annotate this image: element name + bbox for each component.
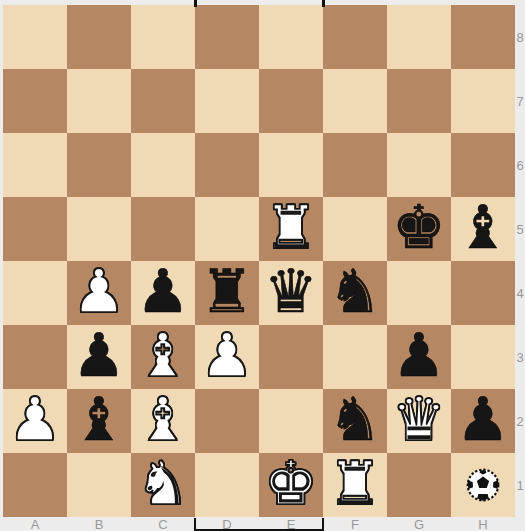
square-a4[interactable] (3, 261, 67, 325)
square-d3[interactable]: ♟ (195, 325, 259, 389)
square-f7[interactable] (323, 69, 387, 133)
square-b8[interactable] (67, 5, 131, 69)
square-b4[interactable]: ♟ (67, 261, 131, 325)
square-b7[interactable] (67, 69, 131, 133)
square-c5[interactable] (131, 197, 195, 261)
square-c7[interactable] (131, 69, 195, 133)
square-h6[interactable] (451, 133, 515, 197)
square-a3[interactable] (3, 325, 67, 389)
square-a7[interactable] (3, 69, 67, 133)
black-pawn[interactable]: ♟ (136, 259, 190, 323)
square-d8[interactable] (195, 5, 259, 69)
file-label-a: A (3, 517, 67, 531)
square-c4[interactable]: ♟ (131, 261, 195, 325)
rank-label-1: 1 (515, 453, 525, 517)
black-knight[interactable]: ♞ (328, 259, 382, 323)
square-e1[interactable]: ♚ (259, 453, 323, 517)
square-d4[interactable]: ♜ (195, 261, 259, 325)
square-e8[interactable] (259, 5, 323, 69)
rank-label-4: 4 (515, 261, 525, 325)
black-knight[interactable]: ♞ (328, 387, 382, 451)
white-king[interactable]: ♚ (264, 451, 318, 515)
white-pawn[interactable]: ♟ (8, 387, 62, 451)
rank-label-8: 8 (515, 5, 525, 69)
square-d2[interactable] (195, 389, 259, 453)
white-bishop[interactable]: ♝ (136, 387, 190, 451)
black-queen[interactable]: ♛ (264, 259, 318, 323)
square-h3[interactable] (451, 325, 515, 389)
square-a8[interactable] (3, 5, 67, 69)
square-e2[interactable] (259, 389, 323, 453)
rank-label-7: 7 (515, 69, 525, 133)
square-b1[interactable] (67, 453, 131, 517)
black-rook[interactable]: ♜ (200, 259, 254, 323)
rank-label-6: 6 (515, 133, 525, 197)
square-f4[interactable]: ♞ (323, 261, 387, 325)
black-pawn[interactable]: ♟ (392, 323, 446, 387)
square-h2[interactable]: ♟ (451, 389, 515, 453)
square-c2[interactable]: ♝ (131, 389, 195, 453)
square-e7[interactable] (259, 69, 323, 133)
chess-app: ♜♚♝♟♟♜♛♞♟♝♟♟♟♝♝♞♛♟♞♚♜ 87654321 ABCDEFGH (0, 0, 525, 531)
square-d6[interactable] (195, 133, 259, 197)
black-bishop[interactable]: ♝ (456, 195, 510, 259)
square-h1[interactable] (451, 453, 515, 517)
square-f3[interactable] (323, 325, 387, 389)
selection-tick-left (194, 0, 197, 7)
rank-label-3: 3 (515, 325, 525, 389)
square-g7[interactable] (387, 69, 451, 133)
square-a6[interactable] (3, 133, 67, 197)
white-rook[interactable]: ♜ (328, 451, 382, 515)
square-e4[interactable]: ♛ (259, 261, 323, 325)
white-bishop[interactable]: ♝ (136, 323, 190, 387)
square-b2[interactable]: ♝ (67, 389, 131, 453)
file-label-h: H (451, 517, 515, 531)
square-g4[interactable] (387, 261, 451, 325)
square-e3[interactable] (259, 325, 323, 389)
selection-tick-right (322, 0, 325, 7)
square-d7[interactable] (195, 69, 259, 133)
square-c8[interactable] (131, 5, 195, 69)
rank-label-5: 5 (515, 197, 525, 261)
square-h8[interactable] (451, 5, 515, 69)
square-h4[interactable] (451, 261, 515, 325)
file-label-f: F (323, 517, 387, 531)
square-f6[interactable] (323, 133, 387, 197)
square-b6[interactable] (67, 133, 131, 197)
square-h5[interactable]: ♝ (451, 197, 515, 261)
square-f5[interactable] (323, 197, 387, 261)
square-d1[interactable] (195, 453, 259, 517)
square-a2[interactable]: ♟ (3, 389, 67, 453)
square-f2[interactable]: ♞ (323, 389, 387, 453)
square-g3[interactable]: ♟ (387, 325, 451, 389)
square-a5[interactable] (3, 197, 67, 261)
square-c1[interactable]: ♞ (131, 453, 195, 517)
black-king[interactable]: ♚ (392, 195, 446, 259)
square-f1[interactable]: ♜ (323, 453, 387, 517)
square-e6[interactable] (259, 133, 323, 197)
square-g6[interactable] (387, 133, 451, 197)
square-g2[interactable]: ♛ (387, 389, 451, 453)
black-bishop[interactable]: ♝ (72, 387, 126, 451)
square-c6[interactable] (131, 133, 195, 197)
black-pawn[interactable]: ♟ (72, 323, 126, 387)
square-g1[interactable] (387, 453, 451, 517)
square-b3[interactable]: ♟ (67, 325, 131, 389)
square-g8[interactable] (387, 5, 451, 69)
square-b5[interactable] (67, 197, 131, 261)
file-label-b: B (67, 517, 131, 531)
square-h7[interactable] (451, 69, 515, 133)
square-d5[interactable] (195, 197, 259, 261)
soccer-ball-icon[interactable] (465, 467, 501, 503)
square-a1[interactable] (3, 453, 67, 517)
rank-labels: 87654321 (515, 5, 525, 517)
selection-bracket (194, 518, 324, 531)
chess-board: ♜♚♝♟♟♜♛♞♟♝♟♟♟♝♝♞♛♟♞♚♜ (3, 5, 515, 517)
square-f8[interactable] (323, 5, 387, 69)
square-e5[interactable]: ♜ (259, 197, 323, 261)
file-label-g: G (387, 517, 451, 531)
white-pawn[interactable]: ♟ (72, 259, 126, 323)
file-label-c: C (131, 517, 195, 531)
white-rook[interactable]: ♜ (264, 195, 318, 259)
black-pawn[interactable]: ♟ (456, 387, 510, 451)
square-g5[interactable]: ♚ (387, 197, 451, 261)
white-queen[interactable]: ♛ (392, 387, 446, 451)
rank-label-2: 2 (515, 389, 525, 453)
white-pawn[interactable]: ♟ (200, 323, 254, 387)
square-c3[interactable]: ♝ (131, 325, 195, 389)
white-knight[interactable]: ♞ (136, 451, 190, 515)
